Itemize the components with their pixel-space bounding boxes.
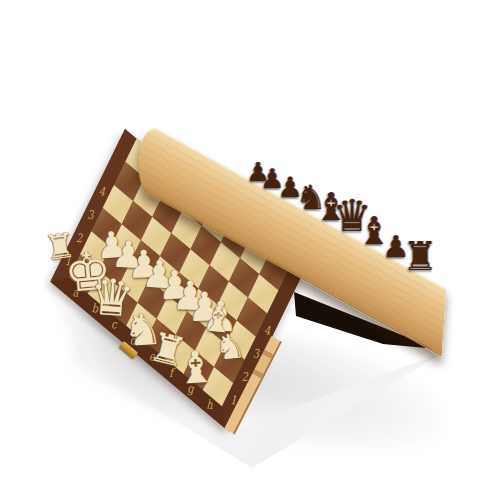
- rank-label-right-3: 3: [253, 345, 260, 360]
- light-piece-knight: ♞: [213, 328, 247, 365]
- rank-label-left-4: 4: [99, 184, 106, 199]
- rank-label-left-3: 3: [87, 207, 94, 222]
- light-piece-bishop: ♝: [175, 344, 217, 391]
- product-photo: abcdefgh11223344 ♟♟♟♞♝♛♝♟♜ ♟♟♟♟♟♟♟♟♜♚♛♞♜…: [0, 0, 500, 500]
- dark-piece-rook: ♜: [402, 236, 438, 276]
- file-label-h: h: [206, 397, 213, 412]
- rank-label-right-4: 4: [264, 322, 271, 337]
